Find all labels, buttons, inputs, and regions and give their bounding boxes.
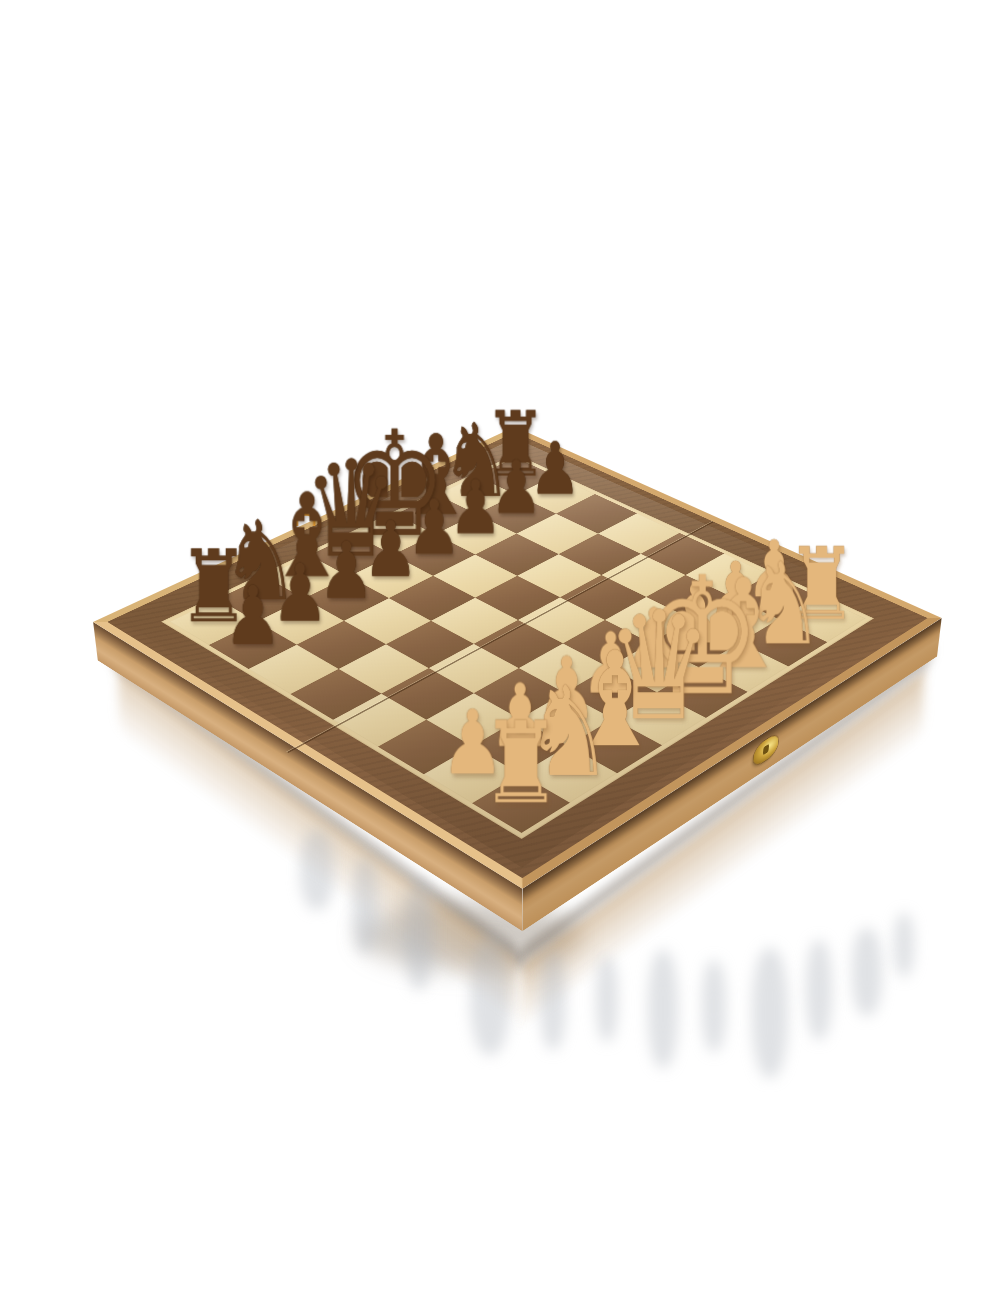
board-square-a5 [290,669,382,720]
board-square-f2 [651,619,739,667]
board-square-e1 [656,667,747,718]
reflection-blob [648,950,678,1068]
board-square-a3 [378,719,473,774]
board-square-b3 [426,693,519,746]
reflection-blob [404,880,434,990]
board-square-a2 [424,746,521,803]
board-square-b5 [339,644,429,693]
board-square-d2 [565,667,657,718]
reflection-blob [300,830,334,910]
board-square-c1 [568,718,663,773]
board-square-c4 [429,644,519,693]
reflection-blob [540,950,566,1050]
board-square-c3 [473,668,565,719]
board-square-b6 [297,621,386,669]
reflection-blob [702,960,726,1052]
board-square-b1 [521,746,618,803]
reflection-blob [852,928,882,1016]
board-grid [170,457,866,832]
reflection-blob [752,948,788,1078]
board-square-d4 [474,620,562,668]
board-square-e3 [563,620,651,668]
board-square-a6 [249,644,339,693]
board-square-f1 [699,642,789,691]
product-photo: ♜♞♝♛♚♝♞♜♟♟♟♟♟♟♟♟♟♟♟♟♟♟♟♟♜♞♝♛♚♝♞♜ [0,0,1000,1300]
board-square-c5 [386,620,475,668]
reflection-blob [470,935,510,1055]
reflection-blob [596,956,618,1042]
board-square-b2 [473,719,568,774]
board-square-d1 [613,692,706,745]
brass-clasp-icon [753,732,779,769]
board-square-a1 [472,774,571,833]
reflection-blob [894,913,914,977]
board-square-a4 [333,693,426,746]
board-square-g1 [739,619,827,667]
chess-box: ♜♞♝♛♚♝♞♜♟♟♟♟♟♟♟♟♟♟♟♟♟♟♟♟♜♞♝♛♚♝♞♜ [93,427,941,889]
board-square-c2 [520,693,613,746]
board-square-e2 [609,643,699,692]
board-square-d3 [519,643,609,692]
board-top-face [93,427,941,889]
board-square-b4 [382,668,474,719]
board-square-a7 [208,621,297,669]
reflection-blob [352,858,378,954]
reflection-blob [806,940,832,1040]
